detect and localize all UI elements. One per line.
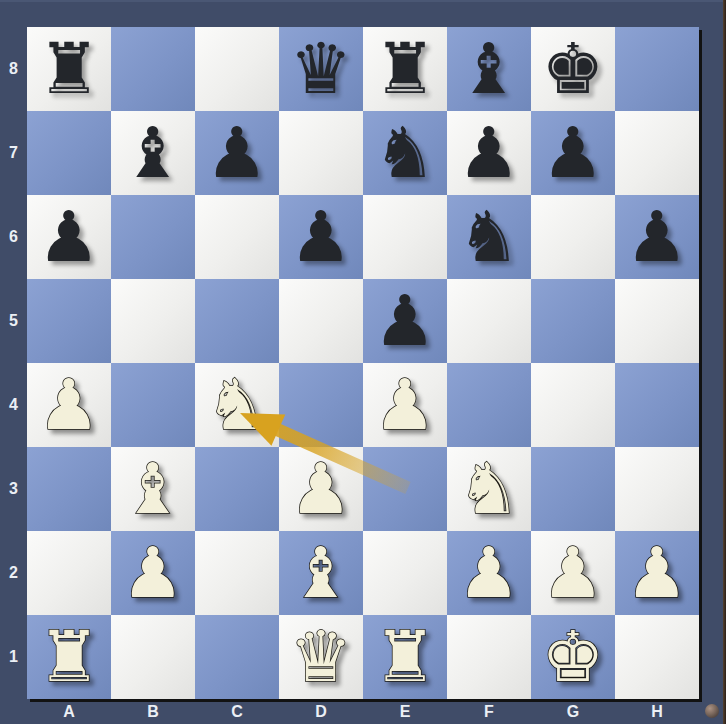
square-c8[interactable] <box>195 27 279 111</box>
white-pawn-f2: ♟ <box>447 531 531 615</box>
square-g1[interactable]: ♚ <box>531 615 615 699</box>
white-rook-e1: ♜ <box>363 615 447 699</box>
square-h3[interactable] <box>615 447 699 531</box>
square-a8[interactable]: ♜ <box>27 27 111 111</box>
square-g6[interactable] <box>531 195 615 279</box>
square-f8[interactable]: ♝ <box>447 27 531 111</box>
white-king-g1: ♚ <box>531 615 615 699</box>
square-e2[interactable] <box>363 531 447 615</box>
square-c5[interactable] <box>195 279 279 363</box>
square-a1[interactable]: ♜ <box>27 615 111 699</box>
black-bishop-b7: ♝ <box>111 111 195 195</box>
square-f5[interactable] <box>447 279 531 363</box>
file-label-a: A <box>27 700 111 724</box>
window-top-edge <box>0 0 726 2</box>
black-pawn-c7: ♟ <box>195 111 279 195</box>
rank-label-1: 1 <box>0 615 27 699</box>
file-labels: ABCDEFGH <box>27 700 699 724</box>
white-queen-d1: ♛ <box>279 615 363 699</box>
square-b8[interactable] <box>111 27 195 111</box>
square-d6[interactable]: ♟ <box>279 195 363 279</box>
square-g2[interactable]: ♟ <box>531 531 615 615</box>
square-f3[interactable]: ♞ <box>447 447 531 531</box>
square-g3[interactable] <box>531 447 615 531</box>
white-knight-f3: ♞ <box>447 447 531 531</box>
square-b2[interactable]: ♟ <box>111 531 195 615</box>
square-d7[interactable] <box>279 111 363 195</box>
white-knight-c4: ♞ <box>195 363 279 447</box>
square-g8[interactable]: ♚ <box>531 27 615 111</box>
square-c7[interactable]: ♟ <box>195 111 279 195</box>
file-label-d: D <box>279 700 363 724</box>
square-a4[interactable]: ♟ <box>27 363 111 447</box>
white-bishop-d2: ♝ <box>279 531 363 615</box>
rank-label-8: 8 <box>0 27 27 111</box>
square-h7[interactable] <box>615 111 699 195</box>
white-bishop-b3: ♝ <box>111 447 195 531</box>
square-d1[interactable]: ♛ <box>279 615 363 699</box>
chess-board-window: 87654321 ♜♛♜♝♚♝♟♞♟♟♟♟♞♟♟♟♞♟♝♟♞♟♝♟♟♟♜♛♜♚ … <box>0 0 726 724</box>
square-h2[interactable]: ♟ <box>615 531 699 615</box>
file-label-b: B <box>111 700 195 724</box>
square-c1[interactable] <box>195 615 279 699</box>
black-pawn-e5: ♟ <box>363 279 447 363</box>
square-c6[interactable] <box>195 195 279 279</box>
white-pawn-g2: ♟ <box>531 531 615 615</box>
white-rook-a1: ♜ <box>27 615 111 699</box>
black-pawn-g7: ♟ <box>531 111 615 195</box>
rank-label-4: 4 <box>0 363 27 447</box>
square-d2[interactable]: ♝ <box>279 531 363 615</box>
black-rook-a8: ♜ <box>27 27 111 111</box>
square-a6[interactable]: ♟ <box>27 195 111 279</box>
white-pawn-d3: ♟ <box>279 447 363 531</box>
square-e5[interactable]: ♟ <box>363 279 447 363</box>
square-e8[interactable]: ♜ <box>363 27 447 111</box>
square-f7[interactable]: ♟ <box>447 111 531 195</box>
square-d8[interactable]: ♛ <box>279 27 363 111</box>
rank-label-2: 2 <box>0 531 27 615</box>
rank-label-5: 5 <box>0 279 27 363</box>
file-label-c: C <box>195 700 279 724</box>
square-h1[interactable] <box>615 615 699 699</box>
square-d5[interactable] <box>279 279 363 363</box>
square-d4[interactable] <box>279 363 363 447</box>
square-f2[interactable]: ♟ <box>447 531 531 615</box>
square-f6[interactable]: ♞ <box>447 195 531 279</box>
square-f4[interactable] <box>447 363 531 447</box>
square-b6[interactable] <box>111 195 195 279</box>
black-pawn-a6: ♟ <box>27 195 111 279</box>
file-label-g: G <box>531 700 615 724</box>
white-pawn-e4: ♟ <box>363 363 447 447</box>
square-c2[interactable] <box>195 531 279 615</box>
rank-label-3: 3 <box>0 447 27 531</box>
white-pawn-a4: ♟ <box>27 363 111 447</box>
black-pawn-f7: ♟ <box>447 111 531 195</box>
black-queen-d8: ♛ <box>279 27 363 111</box>
white-pawn-h2: ♟ <box>615 531 699 615</box>
square-b1[interactable] <box>111 615 195 699</box>
square-e6[interactable] <box>363 195 447 279</box>
file-label-f: F <box>447 700 531 724</box>
square-f1[interactable] <box>447 615 531 699</box>
square-e3[interactable] <box>363 447 447 531</box>
square-a3[interactable] <box>27 447 111 531</box>
square-h5[interactable] <box>615 279 699 363</box>
file-label-e: E <box>363 700 447 724</box>
square-g4[interactable] <box>531 363 615 447</box>
square-g5[interactable] <box>531 279 615 363</box>
file-label-h: H <box>615 700 699 724</box>
square-b4[interactable] <box>111 363 195 447</box>
window-corner-grip <box>705 704 719 718</box>
rank-labels: 87654321 <box>0 27 27 699</box>
square-e7[interactable]: ♞ <box>363 111 447 195</box>
square-d3[interactable]: ♟ <box>279 447 363 531</box>
black-knight-e7: ♞ <box>363 111 447 195</box>
black-bishop-f8: ♝ <box>447 27 531 111</box>
square-e4[interactable]: ♟ <box>363 363 447 447</box>
square-c3[interactable] <box>195 447 279 531</box>
square-a5[interactable] <box>27 279 111 363</box>
rank-label-6: 6 <box>0 195 27 279</box>
black-pawn-h6: ♟ <box>615 195 699 279</box>
rank-label-7: 7 <box>0 111 27 195</box>
square-h6[interactable]: ♟ <box>615 195 699 279</box>
square-b3[interactable]: ♝ <box>111 447 195 531</box>
black-king-g8: ♚ <box>531 27 615 111</box>
black-knight-f6: ♞ <box>447 195 531 279</box>
square-g7[interactable]: ♟ <box>531 111 615 195</box>
board: ♜♛♜♝♚♝♟♞♟♟♟♟♞♟♟♟♞♟♝♟♞♟♝♟♟♟♜♛♜♚ <box>27 27 699 699</box>
square-b5[interactable] <box>111 279 195 363</box>
square-e1[interactable]: ♜ <box>363 615 447 699</box>
square-b7[interactable]: ♝ <box>111 111 195 195</box>
square-a7[interactable] <box>27 111 111 195</box>
black-rook-e8: ♜ <box>363 27 447 111</box>
black-pawn-d6: ♟ <box>279 195 363 279</box>
square-a2[interactable] <box>27 531 111 615</box>
square-h4[interactable] <box>615 363 699 447</box>
white-pawn-b2: ♟ <box>111 531 195 615</box>
square-c4[interactable]: ♞ <box>195 363 279 447</box>
square-h8[interactable] <box>615 27 699 111</box>
